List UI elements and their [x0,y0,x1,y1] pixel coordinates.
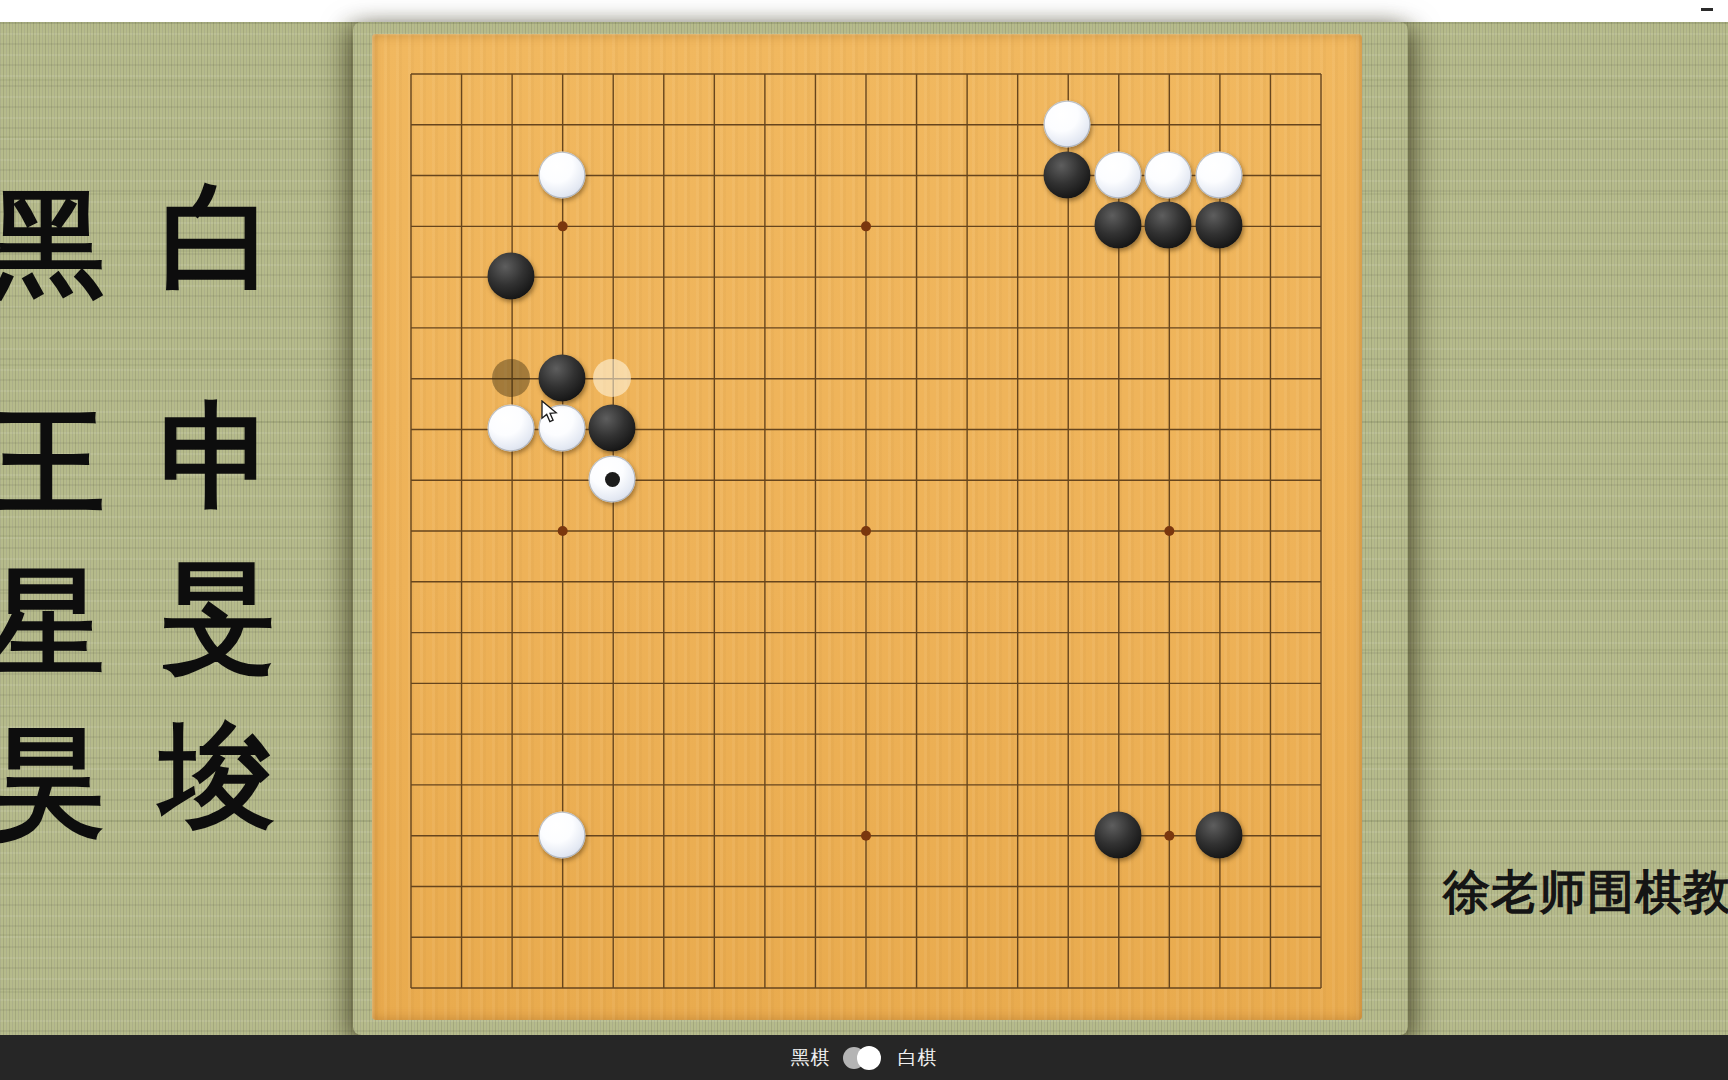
stone-white-P17 [1094,151,1141,198]
stone-white-D4 [538,811,585,858]
stone-black-E12 [589,405,636,452]
black-color-label: 黑 [0,186,105,301]
watermark-text: 徐老师围棋教室 [1443,861,1728,924]
stone-black-P16 [1094,202,1141,249]
black-player-column: 黑 王 星 昊 [0,186,106,840]
stone-black-R4 [1195,811,1242,858]
stone-black-R16 [1195,202,1242,249]
black-stone-toggle-label: 黑棋 [791,1045,831,1071]
stone-black-O17 [1044,151,1091,198]
ghost-stone-black-C13 [492,359,530,397]
stone-black-Q16 [1145,202,1192,249]
white-stone-toggle-label: 白棋 [898,1045,938,1071]
window-titlebar [0,0,1728,22]
minimize-icon[interactable] [1701,8,1713,11]
white-player-column: 白 申 旻 埈 [158,180,276,834]
stone-black-P4 [1094,811,1141,858]
stone-white-Q17 [1145,151,1192,198]
black-player-name-char: 昊 [0,725,105,840]
stone-black-D13 [538,354,585,401]
stone-white-R17 [1195,151,1242,198]
stone-white-C12 [488,405,535,452]
go-board[interactable] [353,22,1408,1035]
stone-black-C15 [488,253,535,300]
white-player-name-char: 埈 [160,719,275,834]
stone-white-D17 [538,151,585,198]
bottom-toolbar: 黑棋 白棋 [0,1035,1728,1080]
ghost-stone-white-E13 [593,359,631,397]
black-player-name-char: 星 [0,565,105,680]
stones-layer [353,22,1408,1035]
screen: { "window": { "minimize_glyph": "—" }, "… [0,0,1728,1080]
stone-color-toggle[interactable] [843,1045,883,1071]
white-color-label: 白 [160,180,275,295]
stone-white-E11 [589,456,636,503]
last-move-marker [605,472,620,487]
black-player-name-char: 王 [0,405,105,520]
stone-white-D12 [538,405,585,452]
stone-white-O18 [1044,100,1091,147]
toggle-on-circle [857,1046,881,1070]
white-player-name-char: 申 [160,399,275,514]
white-player-name-char: 旻 [160,559,275,674]
